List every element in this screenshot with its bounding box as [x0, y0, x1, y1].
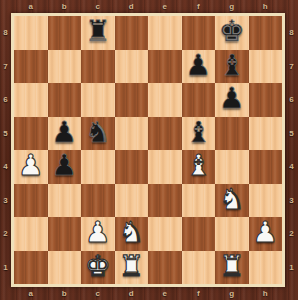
- file-label-b: b: [48, 0, 82, 13]
- file-label-e: e: [148, 287, 182, 300]
- square-h3[interactable]: [249, 184, 283, 218]
- square-g1[interactable]: ♜: [215, 251, 249, 285]
- square-g8[interactable]: ♚: [215, 16, 249, 50]
- file-label-f: f: [182, 0, 216, 13]
- rank-label-1: 1: [285, 251, 298, 285]
- file-label-f: f: [182, 287, 216, 300]
- white-pawn-h2[interactable]: ♟: [252, 218, 278, 247]
- file-label-h: h: [249, 287, 283, 300]
- square-a3[interactable]: [14, 184, 48, 218]
- file-label-c: c: [81, 287, 115, 300]
- square-c3[interactable]: [81, 184, 115, 218]
- square-c4[interactable]: [81, 150, 115, 184]
- file-label-a: a: [14, 0, 48, 13]
- white-rook-g1[interactable]: ♜: [219, 252, 245, 281]
- rank-label-8: 8: [285, 16, 298, 50]
- square-d5[interactable]: [115, 117, 149, 151]
- square-c8[interactable]: ♜: [81, 16, 115, 50]
- square-f1[interactable]: [182, 251, 216, 285]
- square-b2[interactable]: [48, 217, 82, 251]
- board: ♜♚♟♝♟♟♞♝♟♟♝♞♟♞♟♚♜♜: [14, 16, 282, 284]
- square-f6[interactable]: [182, 83, 216, 117]
- white-pawn-c2[interactable]: ♟: [85, 218, 111, 247]
- square-h7[interactable]: [249, 50, 283, 84]
- square-b1[interactable]: [48, 251, 82, 285]
- rank-label-4: 4: [285, 150, 298, 184]
- square-e4[interactable]: [148, 150, 182, 184]
- square-e1[interactable]: [148, 251, 182, 285]
- square-b6[interactable]: [48, 83, 82, 117]
- square-e7[interactable]: [148, 50, 182, 84]
- black-pawn-g6[interactable]: ♟: [219, 84, 245, 113]
- square-c2[interactable]: ♟: [81, 217, 115, 251]
- square-a2[interactable]: [14, 217, 48, 251]
- square-d2[interactable]: ♞: [115, 217, 149, 251]
- black-bishop-f5[interactable]: ♝: [185, 118, 211, 147]
- white-king-c1[interactable]: ♚: [85, 252, 111, 281]
- square-d6[interactable]: [115, 83, 149, 117]
- file-label-b: b: [48, 287, 82, 300]
- black-pawn-f7[interactable]: ♟: [185, 51, 211, 80]
- chess-board-window: abcdefgh abcdefgh 87654321 87654321 ♜♚♟♝…: [0, 0, 298, 300]
- square-b8[interactable]: [48, 16, 82, 50]
- rank-label-3: 3: [0, 184, 11, 218]
- file-label-a: a: [14, 287, 48, 300]
- square-e8[interactable]: [148, 16, 182, 50]
- square-h4[interactable]: [249, 150, 283, 184]
- square-b7[interactable]: [48, 50, 82, 84]
- square-c1[interactable]: ♚: [81, 251, 115, 285]
- file-label-c: c: [81, 0, 115, 13]
- file-label-h: h: [249, 0, 283, 13]
- square-b4[interactable]: ♟: [48, 150, 82, 184]
- white-knight-g3[interactable]: ♞: [219, 185, 245, 214]
- rank-labels-left: 87654321: [0, 16, 11, 284]
- square-c7[interactable]: [81, 50, 115, 84]
- square-a8[interactable]: [14, 16, 48, 50]
- square-g2[interactable]: [215, 217, 249, 251]
- square-g7[interactable]: ♝: [215, 50, 249, 84]
- square-a4[interactable]: ♟: [14, 150, 48, 184]
- square-g4[interactable]: [215, 150, 249, 184]
- white-knight-d2[interactable]: ♞: [118, 218, 144, 247]
- square-d8[interactable]: [115, 16, 149, 50]
- rank-labels-right: 87654321: [285, 16, 298, 284]
- rank-label-3: 3: [285, 184, 298, 218]
- file-label-e: e: [148, 0, 182, 13]
- rank-label-4: 4: [0, 150, 11, 184]
- square-d4[interactable]: [115, 150, 149, 184]
- rank-label-7: 7: [285, 50, 298, 84]
- black-rook-c8[interactable]: ♜: [85, 17, 111, 46]
- file-label-g: g: [215, 287, 249, 300]
- rank-label-6: 6: [0, 83, 11, 117]
- square-a5[interactable]: [14, 117, 48, 151]
- rank-label-5: 5: [0, 117, 11, 151]
- square-f7[interactable]: ♟: [182, 50, 216, 84]
- square-c6[interactable]: [81, 83, 115, 117]
- square-f4[interactable]: ♝: [182, 150, 216, 184]
- square-f3[interactable]: [182, 184, 216, 218]
- white-pawn-a4[interactable]: ♟: [18, 151, 44, 180]
- square-h1[interactable]: [249, 251, 283, 285]
- black-pawn-b4[interactable]: ♟: [51, 151, 77, 180]
- white-bishop-f4[interactable]: ♝: [185, 151, 211, 180]
- square-h8[interactable]: [249, 16, 283, 50]
- square-h2[interactable]: ♟: [249, 217, 283, 251]
- black-knight-c5[interactable]: ♞: [85, 118, 111, 147]
- square-b3[interactable]: [48, 184, 82, 218]
- square-a1[interactable]: [14, 251, 48, 285]
- rank-label-1: 1: [0, 251, 11, 285]
- file-labels-bottom: abcdefgh: [14, 287, 282, 300]
- square-b5[interactable]: ♟: [48, 117, 82, 151]
- file-labels-top: abcdefgh: [14, 0, 282, 13]
- square-d7[interactable]: [115, 50, 149, 84]
- square-f8[interactable]: [182, 16, 216, 50]
- file-label-d: d: [115, 0, 149, 13]
- rank-label-8: 8: [0, 16, 11, 50]
- square-f2[interactable]: [182, 217, 216, 251]
- square-h6[interactable]: [249, 83, 283, 117]
- square-g3[interactable]: ♞: [215, 184, 249, 218]
- square-e3[interactable]: [148, 184, 182, 218]
- square-e5[interactable]: [148, 117, 182, 151]
- rank-label-2: 2: [285, 217, 298, 251]
- square-h5[interactable]: [249, 117, 283, 151]
- square-a6[interactable]: [14, 83, 48, 117]
- file-label-g: g: [215, 0, 249, 13]
- black-king-g8[interactable]: ♚: [219, 17, 245, 46]
- black-bishop-g7[interactable]: ♝: [219, 51, 245, 80]
- white-rook-d1[interactable]: ♜: [118, 252, 144, 281]
- black-pawn-b5[interactable]: ♟: [51, 118, 77, 147]
- square-d3[interactable]: [115, 184, 149, 218]
- square-d1[interactable]: ♜: [115, 251, 149, 285]
- rank-label-7: 7: [0, 50, 11, 84]
- square-e6[interactable]: [148, 83, 182, 117]
- rank-label-5: 5: [285, 117, 298, 151]
- square-g6[interactable]: ♟: [215, 83, 249, 117]
- square-g5[interactable]: [215, 117, 249, 151]
- board-frame: ♜♚♟♝♟♟♞♝♟♟♝♞♟♞♟♚♜♜: [11, 13, 285, 287]
- square-f5[interactable]: ♝: [182, 117, 216, 151]
- square-e2[interactable]: [148, 217, 182, 251]
- rank-label-6: 6: [285, 83, 298, 117]
- square-c5[interactable]: ♞: [81, 117, 115, 151]
- square-a7[interactable]: [14, 50, 48, 84]
- file-label-d: d: [115, 287, 149, 300]
- rank-label-2: 2: [0, 217, 11, 251]
